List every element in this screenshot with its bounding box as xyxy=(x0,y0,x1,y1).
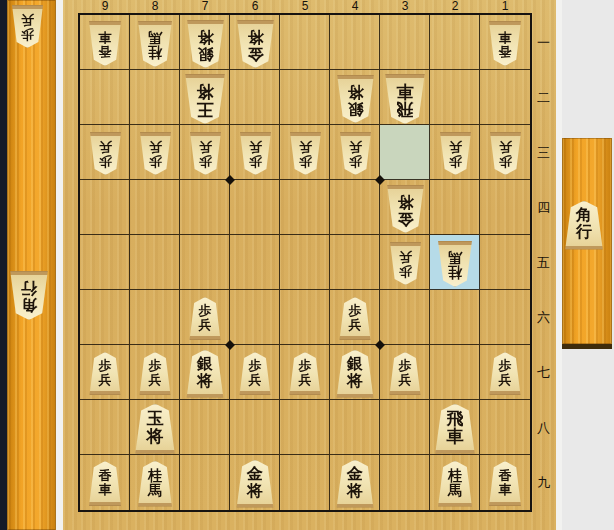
square-7-4[interactable] xyxy=(180,180,230,235)
file-label-1: 1 xyxy=(480,0,530,13)
piece-kanji: 歩 xyxy=(449,155,462,169)
piece-kanji: 兵 xyxy=(149,141,162,155)
piece-kanji: 行 xyxy=(21,279,37,296)
piece-kanji: 車 xyxy=(447,428,464,446)
piece-kanji: 兵 xyxy=(299,373,312,387)
piece-kanji: 王 xyxy=(197,100,214,118)
piece-kanji: 兵 xyxy=(449,141,462,155)
piece-kanji: 香 xyxy=(99,45,112,59)
piece-kanji: 兵 xyxy=(249,373,262,387)
piece-kanji: 車 xyxy=(499,31,512,45)
file-label-6: 6 xyxy=(230,0,280,13)
piece-kanji: 兵 xyxy=(21,13,34,27)
piece-kanji: 歩 xyxy=(349,155,362,169)
square-6-5[interactable] xyxy=(230,235,280,290)
rank-label-7: 七 xyxy=(531,345,556,400)
square-7-9[interactable] xyxy=(180,455,230,510)
file-label-3: 3 xyxy=(380,0,430,13)
file-label-2: 2 xyxy=(430,0,480,13)
piece-kanji: 歩 xyxy=(149,359,162,373)
square-2-2[interactable] xyxy=(430,70,480,125)
piece-kanji: 歩 xyxy=(199,155,212,169)
piece-kanji: 兵 xyxy=(349,141,362,155)
file-label-5: 5 xyxy=(280,0,330,13)
square-9-4[interactable] xyxy=(80,180,130,235)
piece-kanji: 歩 xyxy=(99,155,112,169)
file-label-8: 8 xyxy=(130,0,180,13)
piece-kanji: 歩 xyxy=(499,155,512,169)
file-label-9: 9 xyxy=(80,0,130,13)
square-8-5[interactable] xyxy=(130,235,180,290)
piece-kanji: 桂 xyxy=(148,468,162,483)
square-6-6[interactable] xyxy=(230,290,280,345)
piece-kanji: 馬 xyxy=(448,250,462,265)
piece-kanji: 将 xyxy=(197,28,213,45)
rank-label-8: 八 xyxy=(531,400,556,455)
piece-kanji: 歩 xyxy=(299,359,312,373)
piece-kanji: 車 xyxy=(99,31,112,45)
square-9-2[interactable] xyxy=(80,70,130,125)
rank-label-6: 六 xyxy=(531,290,556,345)
piece-kanji: 馬 xyxy=(148,30,162,45)
piece-kanji: 将 xyxy=(347,83,363,100)
rank-label-9: 九 xyxy=(531,455,556,510)
piece-kanji: 将 xyxy=(197,373,213,390)
piece-kanji: 歩 xyxy=(249,359,262,373)
square-5-9[interactable] xyxy=(280,455,330,510)
square-5-1[interactable] xyxy=(280,15,330,70)
piece-kanji: 歩 xyxy=(399,359,412,373)
rank-label-2: 二 xyxy=(531,70,556,125)
piece-kanji: 歩 xyxy=(399,265,412,279)
piece-kanji: 行 xyxy=(576,224,592,241)
piece-kanji: 飛 xyxy=(397,100,414,118)
piece-kanji: 車 xyxy=(99,483,112,497)
square-4-1[interactable] xyxy=(330,15,380,70)
piece-kanji: 将 xyxy=(347,483,363,500)
piece-kanji: 桂 xyxy=(448,468,462,483)
piece-kanji: 将 xyxy=(197,82,214,100)
square-6-2[interactable] xyxy=(230,70,280,125)
piece-kanji: 兵 xyxy=(249,141,262,155)
square-3-8[interactable] xyxy=(380,400,430,455)
square-5-8[interactable] xyxy=(280,400,330,455)
square-4-5[interactable] xyxy=(330,235,380,290)
piece-kanji: 兵 xyxy=(499,373,512,387)
square-1-5[interactable] xyxy=(480,235,530,290)
square-1-4[interactable] xyxy=(480,180,530,235)
piece-kanji: 将 xyxy=(147,428,164,446)
square-4-8[interactable] xyxy=(330,400,380,455)
gote-komadai xyxy=(7,0,56,530)
square-2-1[interactable] xyxy=(430,15,480,70)
shogi-app: 987654321 一二三四五六七八九 香車桂馬銀将金将香車王将銀将飛車歩兵歩兵… xyxy=(0,0,614,530)
square-2-7[interactable] xyxy=(430,345,480,400)
file-label-4: 4 xyxy=(330,0,380,13)
piece-kanji: 歩 xyxy=(299,155,312,169)
piece-kanji: 車 xyxy=(397,82,414,100)
piece-kanji: 兵 xyxy=(299,141,312,155)
piece-kanji: 将 xyxy=(247,483,263,500)
square-1-8[interactable] xyxy=(480,400,530,455)
piece-kanji: 香 xyxy=(99,469,112,483)
piece-kanji: 歩 xyxy=(349,304,362,318)
file-label-7: 7 xyxy=(180,0,230,13)
square-8-4[interactable] xyxy=(130,180,180,235)
square-5-2[interactable] xyxy=(280,70,330,125)
piece-kanji: 香 xyxy=(499,469,512,483)
piece-kanji: 歩 xyxy=(249,155,262,169)
piece-kanji: 歩 xyxy=(21,27,34,41)
piece-kanji: 香 xyxy=(499,45,512,59)
piece-kanji: 兵 xyxy=(199,318,212,332)
square-3-1[interactable] xyxy=(380,15,430,70)
square-4-4[interactable] xyxy=(330,180,380,235)
piece-kanji: 将 xyxy=(247,28,263,45)
square-5-5[interactable] xyxy=(280,235,330,290)
square-6-4[interactable] xyxy=(230,180,280,235)
square-9-6[interactable] xyxy=(80,290,130,345)
piece-kanji: 車 xyxy=(499,483,512,497)
square-9-8[interactable] xyxy=(80,400,130,455)
piece-kanji: 歩 xyxy=(499,359,512,373)
square-5-4[interactable] xyxy=(280,180,330,235)
square-3-6[interactable] xyxy=(380,290,430,345)
piece-kanji: 歩 xyxy=(99,359,112,373)
panel-gap-left xyxy=(56,0,63,530)
piece-kanji: 歩 xyxy=(149,155,162,169)
piece-kanji: 兵 xyxy=(149,373,162,387)
piece-kanji: 兵 xyxy=(199,141,212,155)
piece-kanji: 将 xyxy=(397,193,413,210)
square-8-6[interactable] xyxy=(130,290,180,345)
piece-kanji: 桂 xyxy=(448,265,462,280)
rank-label-5: 五 xyxy=(531,235,556,290)
square-1-2[interactable] xyxy=(480,70,530,125)
square-7-8[interactable] xyxy=(180,400,230,455)
piece-kanji: 兵 xyxy=(349,318,362,332)
square-5-6[interactable] xyxy=(280,290,330,345)
piece-kanji: 兵 xyxy=(399,373,412,387)
piece-kanji: 兵 xyxy=(499,141,512,155)
piece-kanji: 歩 xyxy=(199,304,212,318)
piece-kanji: 兵 xyxy=(99,373,112,387)
square-1-6[interactable] xyxy=(480,290,530,345)
rank-label-4: 四 xyxy=(531,180,556,235)
square-9-5[interactable] xyxy=(80,235,130,290)
piece-kanji: 兵 xyxy=(99,141,112,155)
piece-kanji: 将 xyxy=(347,373,363,390)
square-3-9[interactable] xyxy=(380,455,430,510)
piece-kanji: 桂 xyxy=(148,45,162,60)
piece-kanji: 馬 xyxy=(148,483,162,498)
square-3-3[interactable] xyxy=(380,125,430,180)
square-2-6[interactable] xyxy=(430,290,480,345)
rank-label-3: 三 xyxy=(531,125,556,180)
square-7-5[interactable] xyxy=(180,235,230,290)
square-8-2[interactable] xyxy=(130,70,180,125)
rank-label-1: 一 xyxy=(531,15,556,70)
square-6-8[interactable] xyxy=(230,400,280,455)
piece-kanji: 馬 xyxy=(448,483,462,498)
piece-kanji: 兵 xyxy=(399,251,412,265)
square-2-4[interactable] xyxy=(430,180,480,235)
